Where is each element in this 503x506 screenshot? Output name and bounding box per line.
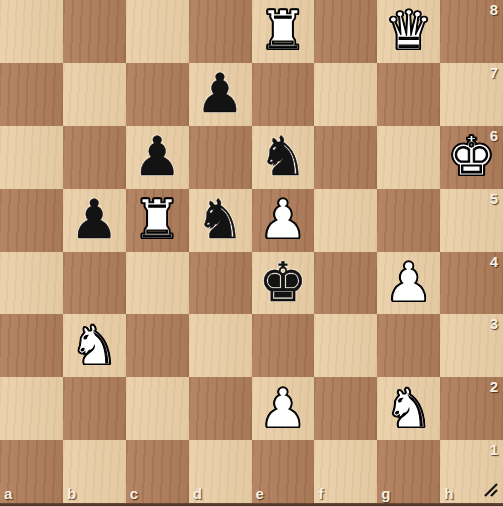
piece-white-king[interactable]: ♚ [447, 126, 495, 188]
square-e1[interactable]: e [252, 440, 315, 503]
piece-white-rook[interactable]: ♜ [259, 0, 307, 62]
square-d5[interactable]: ♞ [189, 189, 252, 252]
square-a7[interactable] [0, 63, 63, 126]
file-label-e: e [256, 485, 264, 502]
chess-board-widget: ♜♛8♟7♟♞♚6♟♜♞♟5♚♟4♞3♟♞2abcdefgh1 [0, 0, 503, 506]
file-label-d: d [193, 485, 202, 502]
square-h6[interactable]: ♚6 [440, 126, 503, 189]
square-b5[interactable]: ♟ [63, 189, 126, 252]
square-b7[interactable] [63, 63, 126, 126]
piece-white-rook[interactable]: ♜ [133, 189, 181, 251]
square-d8[interactable] [189, 0, 252, 63]
file-label-b: b [67, 485, 76, 502]
piece-white-knight[interactable]: ♞ [384, 378, 432, 440]
square-h8[interactable]: 8 [440, 0, 503, 63]
square-g2[interactable]: ♞ [377, 377, 440, 440]
square-f7[interactable] [314, 63, 377, 126]
square-e6[interactable]: ♞ [252, 126, 315, 189]
rank-label-8: 8 [490, 1, 498, 18]
square-e3[interactable] [252, 314, 315, 377]
rank-label-1: 1 [490, 441, 498, 458]
square-g8[interactable]: ♛ [377, 0, 440, 63]
square-c7[interactable] [126, 63, 189, 126]
piece-white-pawn[interactable]: ♟ [259, 189, 307, 251]
piece-black-pawn[interactable]: ♟ [70, 189, 118, 251]
square-c2[interactable] [126, 377, 189, 440]
square-c4[interactable] [126, 252, 189, 315]
piece-black-king[interactable]: ♚ [259, 252, 307, 314]
square-h5[interactable]: 5 [440, 189, 503, 252]
rank-label-4: 4 [490, 253, 498, 270]
rank-label-7: 7 [490, 64, 498, 81]
square-c5[interactable]: ♜ [126, 189, 189, 252]
square-a6[interactable] [0, 126, 63, 189]
square-c3[interactable] [126, 314, 189, 377]
square-f6[interactable] [314, 126, 377, 189]
square-d6[interactable] [189, 126, 252, 189]
square-c8[interactable] [126, 0, 189, 63]
piece-black-pawn[interactable]: ♟ [133, 126, 181, 188]
resize-grip-icon[interactable] [483, 482, 499, 498]
file-label-g: g [381, 485, 390, 502]
square-d1[interactable]: d [189, 440, 252, 503]
piece-black-pawn[interactable]: ♟ [196, 63, 244, 125]
piece-white-pawn[interactable]: ♟ [259, 378, 307, 440]
square-e8[interactable]: ♜ [252, 0, 315, 63]
square-e7[interactable] [252, 63, 315, 126]
piece-black-knight[interactable]: ♞ [196, 189, 244, 251]
chess-board[interactable]: ♜♛8♟7♟♞♚6♟♜♞♟5♚♟4♞3♟♞2abcdefgh1 [0, 0, 503, 503]
square-d7[interactable]: ♟ [189, 63, 252, 126]
square-g6[interactable] [377, 126, 440, 189]
square-b6[interactable] [63, 126, 126, 189]
square-b3[interactable]: ♞ [63, 314, 126, 377]
square-a5[interactable] [0, 189, 63, 252]
square-d4[interactable] [189, 252, 252, 315]
piece-white-queen[interactable]: ♛ [384, 0, 432, 62]
rank-label-3: 3 [490, 315, 498, 332]
square-h4[interactable]: 4 [440, 252, 503, 315]
square-e4[interactable]: ♚ [252, 252, 315, 315]
square-d2[interactable] [189, 377, 252, 440]
square-a8[interactable] [0, 0, 63, 63]
square-b8[interactable] [63, 0, 126, 63]
file-label-a: a [4, 485, 12, 502]
square-g7[interactable] [377, 63, 440, 126]
file-label-h: h [444, 485, 453, 502]
piece-white-pawn[interactable]: ♟ [384, 252, 432, 314]
square-b4[interactable] [63, 252, 126, 315]
square-g4[interactable]: ♟ [377, 252, 440, 315]
rank-label-5: 5 [490, 190, 498, 207]
square-f4[interactable] [314, 252, 377, 315]
piece-white-knight[interactable]: ♞ [70, 315, 118, 377]
square-a3[interactable] [0, 314, 63, 377]
square-e2[interactable]: ♟ [252, 377, 315, 440]
square-b1[interactable]: b [63, 440, 126, 503]
square-h7[interactable]: 7 [440, 63, 503, 126]
square-h3[interactable]: 3 [440, 314, 503, 377]
square-c1[interactable]: c [126, 440, 189, 503]
piece-black-knight[interactable]: ♞ [259, 126, 307, 188]
square-d3[interactable] [189, 314, 252, 377]
square-f2[interactable] [314, 377, 377, 440]
square-b2[interactable] [63, 377, 126, 440]
square-f1[interactable]: f [314, 440, 377, 503]
square-f5[interactable] [314, 189, 377, 252]
square-e5[interactable]: ♟ [252, 189, 315, 252]
file-label-c: c [130, 485, 138, 502]
square-g1[interactable]: g [377, 440, 440, 503]
rank-label-2: 2 [490, 378, 498, 395]
square-a1[interactable]: a [0, 440, 63, 503]
square-a2[interactable] [0, 377, 63, 440]
square-f8[interactable] [314, 0, 377, 63]
square-c6[interactable]: ♟ [126, 126, 189, 189]
square-a4[interactable] [0, 252, 63, 315]
square-h2[interactable]: 2 [440, 377, 503, 440]
square-g3[interactable] [377, 314, 440, 377]
file-label-f: f [318, 485, 323, 502]
square-f3[interactable] [314, 314, 377, 377]
square-g5[interactable] [377, 189, 440, 252]
